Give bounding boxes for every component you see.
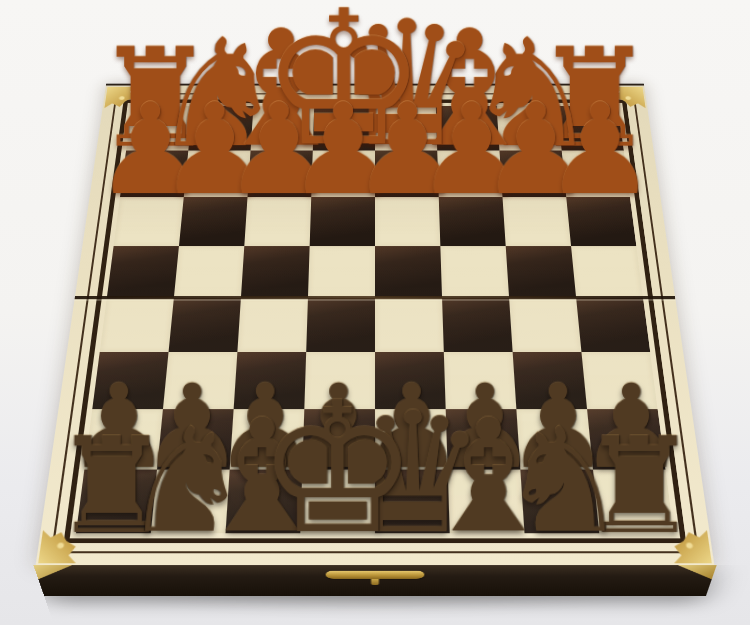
square-f4[interactable] — [241, 246, 310, 298]
square-a4[interactable] — [571, 246, 643, 298]
square-f5[interactable] — [237, 298, 308, 352]
square-d5[interactable] — [375, 298, 444, 352]
white-pawn-on-a2[interactable]: ♟ — [562, 150, 630, 197]
square-a5[interactable] — [576, 298, 650, 352]
square-h4[interactable] — [107, 246, 179, 298]
square-c5[interactable] — [442, 298, 513, 352]
white-pawn-glyph: ♟ — [544, 87, 657, 213]
black-king-on-e8[interactable]: ♚ — [300, 470, 375, 534]
black-king-glyph: ♚ — [256, 378, 418, 558]
brass-corner-wrap — [33, 565, 76, 579]
square-b4[interactable] — [506, 246, 576, 298]
chess-set-photo: ♜♞♝♚♛♝♞♜♟♟♟♟♟♟♟♟♟♟♟♟♟♟♟♟♜♞♝♚♛♝♞♜ — [0, 0, 750, 625]
square-e4[interactable] — [308, 246, 375, 298]
chess-board: ♜♞♝♚♛♝♞♜♟♟♟♟♟♟♟♟♟♟♟♟♟♟♟♟♜♞♝♚♛♝♞♜ — [36, 84, 715, 566]
square-g5[interactable] — [169, 298, 241, 352]
square-e5[interactable] — [306, 298, 375, 352]
square-c4[interactable] — [440, 246, 509, 298]
square-b5[interactable] — [509, 298, 581, 352]
square-h5[interactable] — [100, 298, 174, 352]
brass-corner-wrap — [674, 565, 717, 579]
square-g4[interactable] — [174, 246, 244, 298]
square-d4[interactable] — [375, 246, 442, 298]
